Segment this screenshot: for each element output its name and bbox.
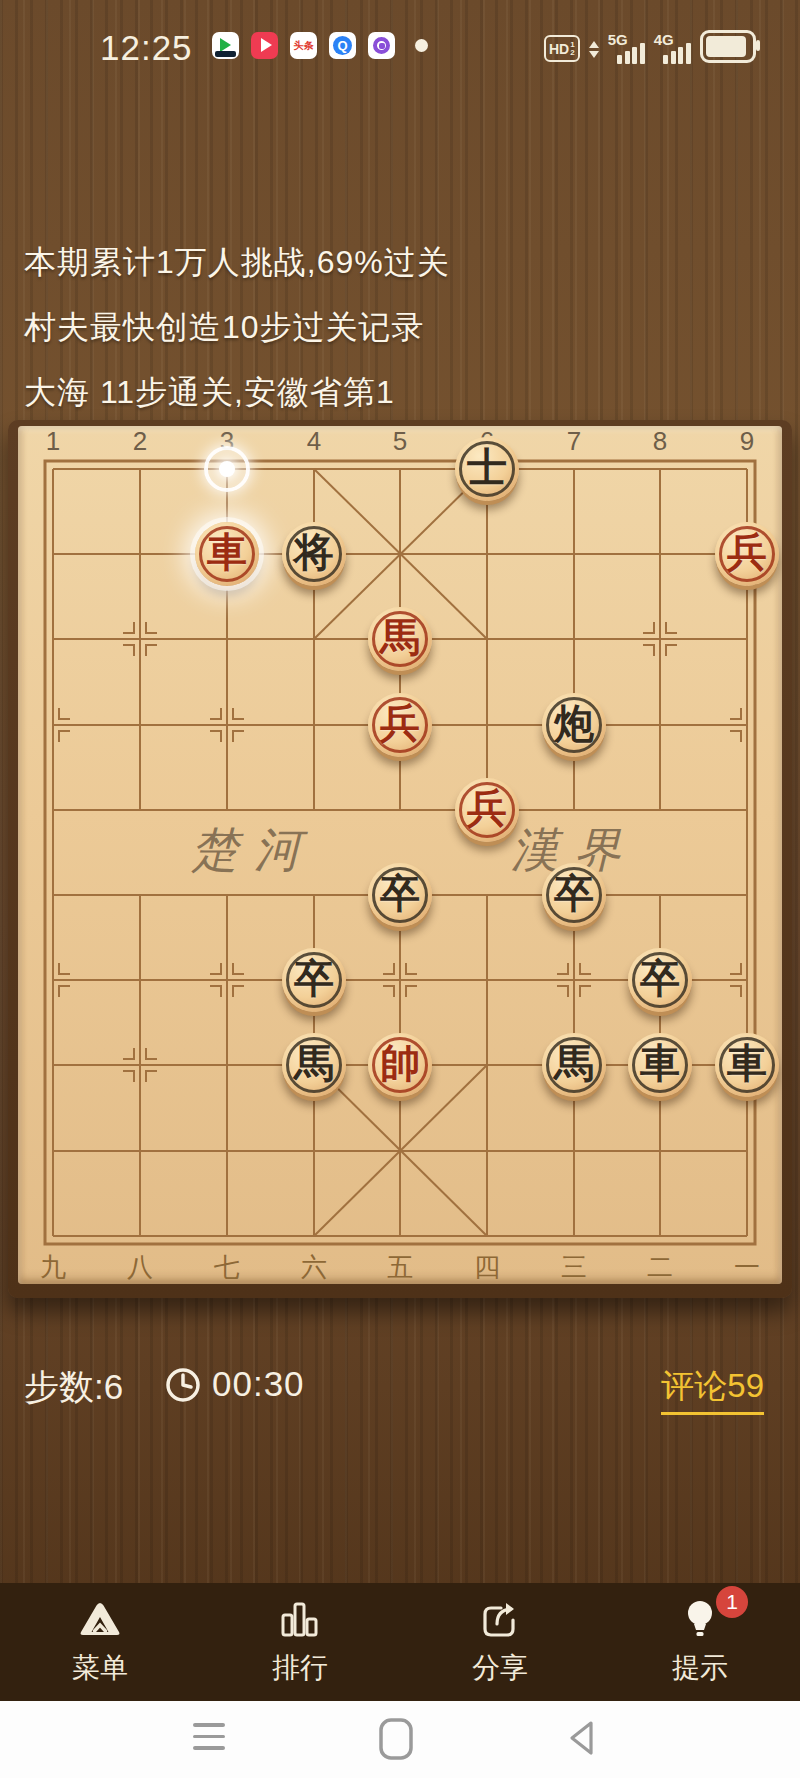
nav-label: 分享	[472, 1649, 528, 1687]
piece-black-advisor[interactable]: 士	[455, 437, 519, 501]
recents-button-icon[interactable]	[193, 1723, 225, 1750]
piece-red-horse[interactable]: 馬	[368, 607, 432, 671]
move-counter: 步数:6	[24, 1364, 123, 1411]
home-button-icon[interactable]	[378, 1717, 416, 1761]
last-move-origin-marker	[204, 446, 250, 492]
piece-red-general[interactable]: 帥	[368, 1033, 432, 1097]
file-label-bottom: 八	[127, 1250, 153, 1285]
announcement-lines: 本期累计1万人挑战,69%过关 村夫最快创造10步过关记录 大海 11步通关,安…	[24, 230, 450, 425]
hud-bar: 步数:6 00:30 评论59	[0, 1358, 800, 1418]
status-right-icons: HD 12 5G 4G	[544, 30, 756, 64]
hd-volte-icon: HD 12	[544, 35, 580, 62]
file-label-top: 5	[393, 426, 407, 457]
nav-item-hint[interactable]: 1 提示	[600, 1583, 800, 1701]
back-button-icon[interactable]	[566, 1719, 596, 1757]
file-label-bottom: 六	[301, 1250, 327, 1285]
piece-black-soldier[interactable]: 卒	[542, 863, 606, 927]
xiangqi-board[interactable]: 123456789九八七六五四三二一楚河漢界士車将兵馬兵炮兵卒卒卒卒馬帥馬車車	[8, 420, 792, 1298]
file-label-bottom: 五	[387, 1250, 413, 1285]
piece-red-soldier[interactable]: 兵	[368, 693, 432, 757]
file-label-top: 1	[46, 426, 60, 457]
piece-black-horse[interactable]: 馬	[542, 1033, 606, 1097]
file-label-bottom: 一	[734, 1250, 760, 1285]
file-label-top: 7	[567, 426, 581, 457]
piece-red-soldier[interactable]: 兵	[455, 778, 519, 842]
timer-clock-icon	[164, 1366, 202, 1404]
screen: 12:25 头条 Q HD 12 5G 4G	[0, 0, 800, 1778]
river-label-left: 楚河	[175, 819, 317, 882]
piece-red-soldier[interactable]: 兵	[715, 522, 779, 586]
notification-icons: 头条 Q	[212, 32, 428, 59]
announcement-line: 大海 11步通关,安徽省第1	[24, 360, 450, 425]
browser-search-app-icon: Q	[329, 32, 356, 59]
menu-logo-icon	[78, 1598, 122, 1640]
file-label-bottom: 四	[474, 1250, 500, 1285]
signal-4g-icon: 4G	[654, 33, 691, 64]
piece-black-horse[interactable]: 馬	[282, 1033, 346, 1097]
hint-bulb-icon: 1	[678, 1598, 722, 1640]
piece-black-chariot[interactable]: 車	[715, 1033, 779, 1097]
ranking-bars-icon	[278, 1598, 322, 1640]
announcement-line: 村夫最快创造10步过关记录	[24, 295, 450, 360]
nav-item-menu[interactable]: 菜单	[0, 1583, 200, 1701]
nav-label: 排行	[272, 1649, 328, 1687]
store-app-icon	[368, 32, 395, 59]
timer-value: 00:30	[212, 1364, 305, 1404]
status-bar: 12:25 头条 Q HD 12 5G 4G	[0, 22, 800, 82]
file-label-bottom: 七	[214, 1250, 240, 1285]
piece-black-cannon[interactable]: 炮	[542, 693, 606, 757]
tencent-video-app-icon	[212, 32, 239, 59]
file-label-top: 2	[133, 426, 147, 457]
comments-link[interactable]: 评论59	[661, 1364, 764, 1415]
bottom-nav: 菜单 排行 分享	[0, 1583, 800, 1701]
nav-label: 菜单	[72, 1649, 128, 1687]
file-label-bottom: 三	[561, 1250, 587, 1285]
nav-item-share[interactable]: 分享	[400, 1583, 600, 1701]
nav-label: 提示	[672, 1649, 728, 1687]
video-play-app-icon	[251, 32, 278, 59]
status-time: 12:25	[100, 28, 193, 68]
piece-red-chariot[interactable]: 車	[195, 522, 259, 586]
nav-item-ranking[interactable]: 排行	[200, 1583, 400, 1701]
more-notifications-dot	[415, 39, 428, 52]
piece-black-general[interactable]: 将	[282, 522, 346, 586]
board-surface[interactable]: 123456789九八七六五四三二一楚河漢界士車将兵馬兵炮兵卒卒卒卒馬帥馬車車	[18, 426, 782, 1284]
battery-icon	[700, 30, 756, 63]
piece-black-soldier[interactable]: 卒	[368, 863, 432, 927]
signal-5g-icon: 5G	[608, 33, 645, 64]
android-nav: 一开游戏 YI KAI YOU XI	[0, 1701, 800, 1778]
piece-black-soldier[interactable]: 卒	[628, 948, 692, 1012]
announcement-line: 本期累计1万人挑战,69%过关	[24, 230, 450, 295]
share-arrow-icon	[478, 1598, 522, 1640]
file-label-top: 4	[307, 426, 321, 457]
data-updown-arrows-icon	[589, 41, 599, 58]
hint-badge: 1	[716, 1586, 748, 1618]
piece-black-chariot[interactable]: 車	[628, 1033, 692, 1097]
file-label-bottom: 九	[40, 1250, 66, 1285]
toutiao-app-icon: 头条	[290, 32, 317, 59]
file-label-bottom: 二	[647, 1250, 673, 1285]
file-label-top: 9	[740, 426, 754, 457]
piece-black-soldier[interactable]: 卒	[282, 948, 346, 1012]
file-label-top: 8	[653, 426, 667, 457]
